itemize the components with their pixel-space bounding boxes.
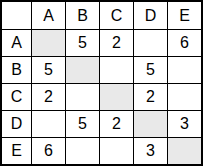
row-header-D: D (2, 111, 31, 137)
row-header-C: C (2, 84, 31, 110)
cell-A-D (134, 30, 167, 56)
cell-A-E: 6 (168, 30, 201, 56)
distance-matrix-table: A B C D E A 5 2 6 B 5 5 C 2 2 D 5 2 3 E … (0, 0, 203, 166)
cell-C-B (66, 84, 99, 110)
corner-cell (2, 2, 31, 29)
cell-E-E (168, 138, 201, 164)
row-header-E: E (2, 138, 31, 164)
cell-A-B: 5 (66, 30, 99, 56)
cell-D-D (134, 111, 167, 137)
cell-E-A: 6 (32, 138, 65, 164)
col-header-C: C (100, 2, 133, 29)
cell-B-B (66, 57, 99, 83)
col-header-B: B (66, 2, 99, 29)
cell-D-A (32, 111, 65, 137)
cell-E-C (100, 138, 133, 164)
cell-B-C (100, 57, 133, 83)
cell-C-A: 2 (32, 84, 65, 110)
cell-B-D: 5 (134, 57, 167, 83)
row-header-A: A (2, 30, 31, 56)
cell-E-B (66, 138, 99, 164)
col-header-A: A (32, 2, 65, 29)
cell-D-C: 2 (100, 111, 133, 137)
cell-E-D: 3 (134, 138, 167, 164)
col-header-D: D (134, 2, 167, 29)
cell-C-D: 2 (134, 84, 167, 110)
cell-B-A: 5 (32, 57, 65, 83)
cell-A-C: 2 (100, 30, 133, 56)
cell-B-E (168, 57, 201, 83)
cell-C-E (168, 84, 201, 110)
cell-D-B: 5 (66, 111, 99, 137)
row-header-B: B (2, 57, 31, 83)
col-header-E: E (168, 2, 201, 29)
cell-C-C (100, 84, 133, 110)
cell-A-A (32, 30, 65, 56)
cell-D-E: 3 (168, 111, 201, 137)
